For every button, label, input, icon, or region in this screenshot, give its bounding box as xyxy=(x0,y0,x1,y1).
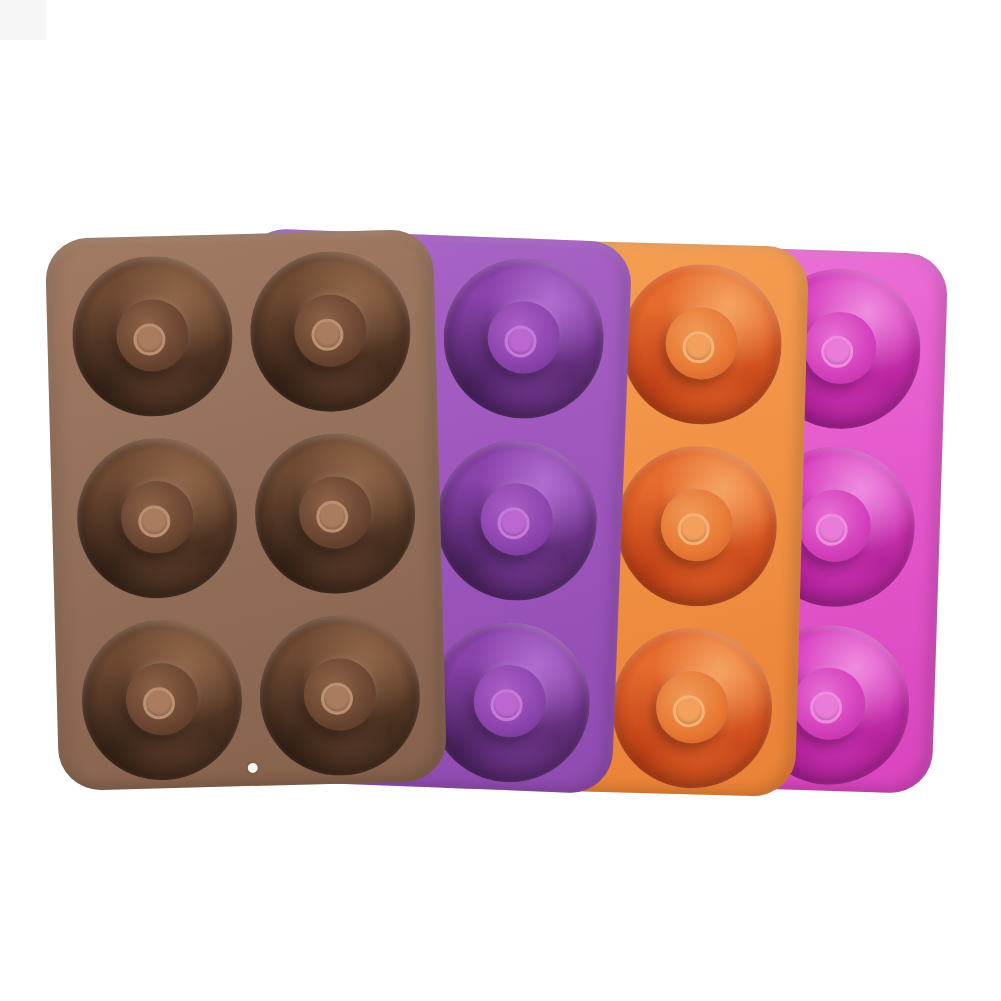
donut-cavity xyxy=(248,250,412,414)
product-photo-donut-molds xyxy=(0,0,1001,1001)
donut-cavity xyxy=(619,262,783,426)
donut-cavity xyxy=(610,626,774,790)
donut-cavity xyxy=(427,619,593,785)
donut-cavity xyxy=(75,436,239,600)
corner-artifact xyxy=(0,0,46,40)
cavity-grid xyxy=(45,229,447,791)
donut-cavity xyxy=(80,618,244,782)
donut-cavity xyxy=(70,254,234,418)
donut-cavity xyxy=(441,256,607,422)
donut-cavity xyxy=(434,437,600,603)
donut-mold-brown xyxy=(45,229,447,791)
donut-cavity xyxy=(253,432,417,596)
donut-cavity xyxy=(258,614,422,778)
donut-cavity xyxy=(615,444,779,608)
